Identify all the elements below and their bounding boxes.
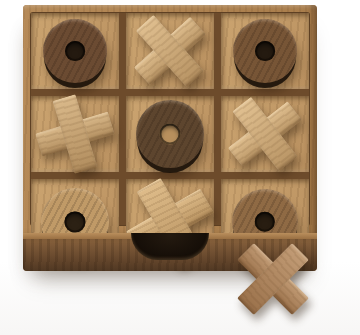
cell-r1c1[interactable]: [126, 96, 214, 172]
board-grid: [31, 13, 309, 225]
piece-x[interactable]: [234, 240, 312, 318]
piece-x[interactable]: [37, 96, 113, 172]
photo-scene: [0, 0, 360, 335]
o-ring-body: [136, 100, 204, 168]
cell-r0c2[interactable]: [221, 13, 309, 89]
offboard-piece-slot: [234, 240, 312, 318]
o-ring-body: [233, 19, 297, 83]
o-ring-hole: [65, 41, 85, 61]
x-cross-body: [28, 87, 123, 182]
x-cross-body: [218, 224, 328, 334]
cell-r0c1[interactable]: [126, 13, 214, 89]
board-tray: [23, 5, 317, 233]
piece-x[interactable]: [132, 13, 208, 89]
x-cross-body: [212, 81, 319, 188]
cell-r1c0[interactable]: [31, 96, 119, 172]
o-ring-hole: [159, 123, 180, 144]
piece-x[interactable]: [227, 96, 303, 172]
x-cross-body: [116, 0, 223, 105]
o-ring-body: [43, 19, 107, 83]
piece-o[interactable]: [136, 100, 204, 168]
o-ring-hole: [255, 41, 275, 61]
piece-o[interactable]: [43, 19, 107, 83]
cell-r1c2[interactable]: [221, 96, 309, 172]
o-ring-hole: [64, 211, 85, 232]
front-finger-notch: [131, 233, 209, 260]
cell-r0c0[interactable]: [31, 13, 119, 89]
piece-o[interactable]: [233, 19, 297, 83]
